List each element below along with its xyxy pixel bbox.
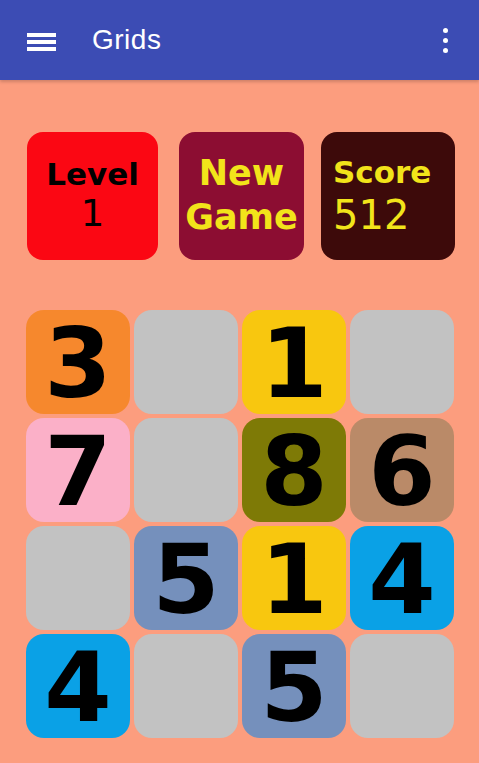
menu-bar (27, 47, 56, 51)
level-button[interactable]: Level 1 (27, 132, 158, 260)
empty-cell-r4c4 (350, 634, 454, 738)
new-game-line2: Game (179, 196, 304, 240)
empty-cell-r1c4 (350, 310, 454, 414)
empty-cell-r1c2 (134, 310, 238, 414)
tile-1-r3c3[interactable]: 1 (242, 526, 346, 630)
tile-3-r1c1[interactable]: 3 (26, 310, 130, 414)
tile-5-r3c2[interactable]: 5 (134, 526, 238, 630)
level-label: Level (27, 156, 158, 193)
tile-1-r1c3[interactable]: 1 (242, 310, 346, 414)
menu-bar (27, 33, 56, 37)
app-bar: Grids (0, 0, 479, 80)
score-label: Score (333, 154, 455, 191)
empty-cell-r4c2 (134, 634, 238, 738)
score-value: 512 (333, 192, 455, 238)
score-button[interactable]: Score 512 (321, 132, 455, 260)
app-title: Grids (92, 0, 161, 80)
menu-icon[interactable] (27, 33, 56, 51)
level-value: 1 (27, 193, 158, 236)
overflow-menu-icon[interactable] (443, 28, 448, 53)
new-game-button[interactable]: New Game (179, 132, 304, 260)
empty-cell-r2c2 (134, 418, 238, 522)
tile-5-r4c3[interactable]: 5 (242, 634, 346, 738)
tile-4-r4c1[interactable]: 4 (26, 634, 130, 738)
empty-cell-r3c1 (26, 526, 130, 630)
menu-bar (27, 40, 56, 44)
board-grid[interactable]: 3178651445 (26, 310, 454, 738)
tile-6-r2c4[interactable]: 6 (350, 418, 454, 522)
dot (443, 48, 448, 53)
dot (443, 38, 448, 43)
tile-4-r3c4[interactable]: 4 (350, 526, 454, 630)
dot (443, 28, 448, 33)
new-game-line1: New (179, 152, 304, 196)
tile-8-r2c3[interactable]: 8 (242, 418, 346, 522)
tile-7-r2c1[interactable]: 7 (26, 418, 130, 522)
